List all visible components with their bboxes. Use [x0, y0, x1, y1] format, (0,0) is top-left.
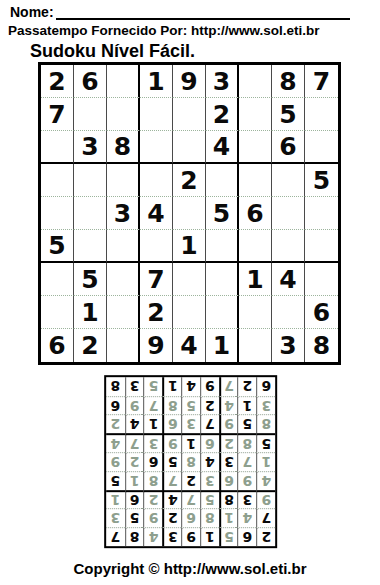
puzzle-cell[interactable]	[107, 65, 140, 98]
puzzle-cell[interactable]: 6	[239, 197, 272, 230]
puzzle-cell[interactable]	[239, 65, 272, 98]
puzzle-cell[interactable]: 5	[305, 164, 338, 197]
solution-cell: 1	[125, 471, 144, 490]
solution-cell: 9	[125, 396, 144, 415]
puzzle-cell[interactable]: 4	[140, 197, 173, 230]
solution-cell: 5	[144, 377, 163, 396]
solution-cell: 9	[106, 452, 125, 471]
solution-cell: 1	[238, 396, 257, 415]
solution-cell: 2	[181, 471, 200, 490]
solution-cell: 7	[181, 490, 200, 509]
solution-cell: 4	[106, 433, 125, 452]
puzzle-cell[interactable]	[41, 197, 74, 230]
solution-cell: 8	[238, 433, 257, 452]
puzzle-cell[interactable]	[74, 197, 107, 230]
puzzle-cell[interactable]	[107, 263, 140, 296]
solution-cell: 8	[144, 471, 163, 490]
solution-cell: 2	[200, 396, 219, 415]
solution-cell: 5	[162, 452, 181, 471]
solution-cell: 1	[181, 433, 200, 452]
solution-cell: 4	[200, 452, 219, 471]
puzzle-cell[interactable]: 5	[206, 197, 239, 230]
solution-cell: 6	[162, 415, 181, 434]
puzzle-cell[interactable]: 7	[140, 263, 173, 296]
puzzle-cell[interactable]: 5	[41, 230, 74, 263]
solution-cell: 2	[125, 452, 144, 471]
puzzle-cell[interactable]: 5	[74, 263, 107, 296]
solution-cell: 3	[125, 377, 144, 396]
solution-cell: 8	[219, 490, 238, 509]
puzzle-cell[interactable]	[272, 197, 305, 230]
puzzle-cell[interactable]	[107, 164, 140, 197]
puzzle-cell[interactable]	[107, 296, 140, 329]
puzzle-cell[interactable]	[140, 230, 173, 263]
puzzle-cell[interactable]: 2	[140, 296, 173, 329]
puzzle-cell[interactable]: 2	[41, 65, 74, 98]
puzzle-cell[interactable]: 3	[74, 131, 107, 164]
solution-cell: 3	[162, 527, 181, 546]
solution-cell: 5	[106, 471, 125, 490]
puzzle-cell[interactable]: 8	[272, 65, 305, 98]
puzzle-cell[interactable]: 2	[173, 164, 206, 197]
solution-cell: 3	[256, 396, 275, 415]
solution-cell: 5	[200, 490, 219, 509]
puzzle-cell[interactable]: 1	[74, 296, 107, 329]
puzzle-cell[interactable]: 6	[41, 329, 74, 362]
puzzle-cell[interactable]	[239, 296, 272, 329]
puzzle-cell[interactable]: 7	[41, 98, 74, 131]
puzzle-cell[interactable]	[107, 98, 140, 131]
page-title: Sudoku Nível Fácil.	[30, 41, 195, 62]
solution-cell: 8	[200, 509, 219, 528]
puzzle-cell[interactable]: 4	[272, 263, 305, 296]
puzzle-cell[interactable]	[41, 164, 74, 197]
puzzle-cell[interactable]	[305, 98, 338, 131]
puzzle-cell[interactable]	[74, 230, 107, 263]
solution-cell: 4	[256, 471, 275, 490]
solution-cell: 1	[106, 490, 125, 509]
puzzle-cell[interactable]	[41, 263, 74, 296]
puzzle-cell[interactable]: 2	[74, 329, 107, 362]
solution-cell: 6	[181, 509, 200, 528]
puzzle-cell[interactable]	[140, 98, 173, 131]
name-blank-line[interactable]	[56, 3, 350, 20]
puzzle-cell[interactable]	[239, 230, 272, 263]
solution-cell: 7	[200, 415, 219, 434]
puzzle-cell[interactable]: 3	[272, 329, 305, 362]
puzzle-cell[interactable]	[41, 296, 74, 329]
solution-cell: 6	[219, 471, 238, 490]
puzzle-cell[interactable]	[140, 164, 173, 197]
puzzle-cell[interactable]	[173, 197, 206, 230]
solution-cell: 8	[181, 452, 200, 471]
solution-cell: 2	[144, 490, 163, 509]
solution-cell: 3	[181, 415, 200, 434]
puzzle-grid: 261938772538462534565157141266294138	[38, 62, 341, 365]
puzzle-cell[interactable]: 1	[140, 65, 173, 98]
solution-cell: 4	[125, 415, 144, 434]
solution-cell: 9	[181, 527, 200, 546]
puzzle-cell[interactable]: 4	[206, 131, 239, 164]
puzzle-cell[interactable]	[74, 164, 107, 197]
solution-cell: 5	[219, 527, 238, 546]
solution-cell: 4	[219, 396, 238, 415]
solution-cell: 3	[144, 433, 163, 452]
puzzle-cell[interactable]	[206, 263, 239, 296]
solution-cell: 7	[219, 377, 238, 396]
puzzle-cell[interactable]	[173, 98, 206, 131]
puzzle-cell[interactable]: 4	[173, 329, 206, 362]
puzzle-cell[interactable]	[206, 230, 239, 263]
puzzle-cell[interactable]: 8	[107, 131, 140, 164]
solution-cell: 2	[162, 509, 181, 528]
puzzle-cell[interactable]	[305, 263, 338, 296]
solution-cell: 3	[200, 471, 219, 490]
puzzle-cell[interactable]: 8	[305, 329, 338, 362]
solution-cell: 6	[238, 527, 257, 546]
puzzle-cell[interactable]	[107, 329, 140, 362]
puzzle-cell[interactable]: 5	[272, 98, 305, 131]
name-row: Nome:	[10, 3, 350, 20]
puzzle-cell[interactable]: 6	[305, 296, 338, 329]
puzzle-cell[interactable]	[173, 263, 206, 296]
solution-cell: 7	[238, 452, 257, 471]
puzzle-cell[interactable]: 7	[305, 65, 338, 98]
solution-cell: 5	[256, 433, 275, 452]
puzzle-cell[interactable]	[173, 131, 206, 164]
solution-cell: 4	[162, 490, 181, 509]
puzzle-cell[interactable]	[41, 131, 74, 164]
solution-cell: 9	[144, 509, 163, 528]
puzzle-cell[interactable]	[239, 131, 272, 164]
solution-cell: 1	[144, 415, 163, 434]
puzzle-cell[interactable]: 6	[74, 65, 107, 98]
solution-grid: 2651934877418629539385742614963278151734…	[104, 375, 277, 548]
solution-cell: 1	[219, 509, 238, 528]
solution-cell: 2	[106, 415, 125, 434]
solution-cell: 6	[200, 433, 219, 452]
puzzle-cell[interactable]	[272, 230, 305, 263]
puzzle-cell[interactable]: 1	[239, 263, 272, 296]
solution-cell: 6	[144, 452, 163, 471]
name-label: Nome:	[10, 4, 54, 20]
solution-cell: 5	[238, 415, 257, 434]
puzzle-cell[interactable]	[305, 131, 338, 164]
solution-cell: 9	[219, 415, 238, 434]
puzzle-cell[interactable]	[140, 131, 173, 164]
provided-by-text: Passatempo Fornecido Por: http://www.sol…	[8, 23, 320, 38]
solution-cell: 8	[106, 377, 125, 396]
puzzle-cell[interactable]: 9	[173, 65, 206, 98]
solution-cell: 9	[238, 471, 257, 490]
solution-cell: 2	[238, 377, 257, 396]
copyright-text: Copyright © http://www.sol.eti.br	[0, 560, 380, 577]
puzzle-cell[interactable]	[272, 164, 305, 197]
solution-cell: 7	[125, 433, 144, 452]
solution-cell: 9	[162, 433, 181, 452]
puzzle-cell[interactable]	[272, 296, 305, 329]
solution-cell: 8	[125, 527, 144, 546]
puzzle-cell[interactable]: 1	[206, 329, 239, 362]
solution-cell: 1	[256, 452, 275, 471]
solution-cell: 9	[256, 490, 275, 509]
solution-cell: 5	[125, 509, 144, 528]
solution-cell: 8	[256, 415, 275, 434]
puzzle-cell[interactable]	[107, 230, 140, 263]
solution-cell: 7	[106, 527, 125, 546]
puzzle-cell[interactable]: 2	[206, 98, 239, 131]
puzzle-cell[interactable]: 6	[272, 131, 305, 164]
puzzle-cell[interactable]: 9	[140, 329, 173, 362]
puzzle-cell[interactable]	[173, 296, 206, 329]
solution-cell: 9	[200, 377, 219, 396]
solution-cell: 6	[256, 377, 275, 396]
puzzle-cell[interactable]	[305, 230, 338, 263]
solution-cell: 2	[256, 527, 275, 546]
solution-cell: 5	[181, 396, 200, 415]
solution-cell: 2	[219, 433, 238, 452]
puzzle-cell[interactable]	[74, 98, 107, 131]
solution-cell: 8	[162, 396, 181, 415]
solution-cell: 1	[162, 377, 181, 396]
solution-cell: 4	[238, 509, 257, 528]
solution-cell: 4	[181, 377, 200, 396]
puzzle-cell[interactable]	[305, 197, 338, 230]
solution-cell: 3	[106, 509, 125, 528]
puzzle-cell[interactable]	[206, 296, 239, 329]
solution-cell: 6	[106, 396, 125, 415]
puzzle-cell[interactable]: 1	[173, 230, 206, 263]
solution-cell: 6	[125, 490, 144, 509]
puzzle-cell[interactable]: 3	[107, 197, 140, 230]
solution-cell: 3	[238, 490, 257, 509]
puzzle-cell[interactable]: 3	[206, 65, 239, 98]
puzzle-cell[interactable]	[239, 329, 272, 362]
puzzle-cell[interactable]	[206, 164, 239, 197]
solution-cell: 1	[200, 527, 219, 546]
puzzle-cell[interactable]	[239, 164, 272, 197]
solution-cell: 7	[144, 396, 163, 415]
puzzle-cell[interactable]	[239, 98, 272, 131]
solution-cell: 7	[256, 509, 275, 528]
solution-cell: 3	[219, 452, 238, 471]
solution-cell: 4	[144, 527, 163, 546]
solution-cell: 7	[162, 471, 181, 490]
